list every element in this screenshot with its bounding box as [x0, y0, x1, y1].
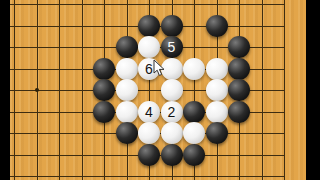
white-stone[interactable]: 2 [161, 101, 183, 123]
white-stone[interactable] [183, 122, 205, 144]
black-stone[interactable] [183, 101, 205, 123]
white-stone[interactable] [116, 101, 138, 123]
go-board[interactable]: 5642 [10, 0, 306, 180]
black-stone[interactable] [93, 58, 115, 80]
letterbox-bar-left [0, 0, 10, 180]
black-stone[interactable]: 5 [161, 36, 183, 58]
white-stone[interactable]: 4 [138, 101, 160, 123]
move-number-label: 5 [168, 40, 176, 54]
letterbox-bar-right [306, 0, 320, 180]
black-stone[interactable] [228, 101, 250, 123]
white-stone[interactable] [183, 58, 205, 80]
grid-line-horizontal [10, 4, 285, 5]
black-stone[interactable] [228, 36, 250, 58]
white-stone[interactable] [116, 58, 138, 80]
white-stone[interactable] [116, 79, 138, 101]
grid-line-horizontal [10, 176, 285, 177]
move-number-label: 2 [168, 105, 176, 119]
black-stone[interactable] [228, 58, 250, 80]
white-stone[interactable] [206, 79, 228, 101]
black-stone[interactable] [161, 144, 183, 166]
mouse-cursor [153, 59, 165, 77]
black-stone[interactable] [138, 15, 160, 37]
black-stone[interactable] [206, 122, 228, 144]
black-stone[interactable] [116, 36, 138, 58]
black-stone[interactable] [93, 79, 115, 101]
move-number-label: 4 [145, 105, 153, 119]
black-stone[interactable] [93, 101, 115, 123]
white-stone[interactable] [161, 122, 183, 144]
video-frame: 5642 [0, 0, 320, 180]
white-stone[interactable] [138, 122, 160, 144]
white-stone[interactable] [138, 36, 160, 58]
black-stone[interactable] [228, 79, 250, 101]
black-stone[interactable] [183, 144, 205, 166]
white-stone[interactable] [206, 101, 228, 123]
black-stone[interactable] [116, 122, 138, 144]
black-stone[interactable] [206, 15, 228, 37]
black-stone[interactable] [138, 144, 160, 166]
move-number-label: 6 [145, 62, 153, 76]
white-stone[interactable] [206, 58, 228, 80]
black-stone[interactable] [161, 15, 183, 37]
star-point [35, 88, 39, 92]
white-stone[interactable] [161, 79, 183, 101]
